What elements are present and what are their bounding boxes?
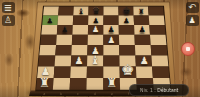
piece-white-pawn-c3[interactable]: ♟ (74, 56, 83, 66)
piece-black-pawn-f7[interactable]: ♟ (123, 17, 130, 24)
piece-black-pawn-d7[interactable]: ♟ (93, 17, 100, 24)
chess-app-screen: abcdefgh ♝♛♚♜♟♟♟♟♟♟♟♟♟♟♝♟♟♚♜♜ ≡ ♙ ↶ ♟ Ni… (0, 0, 200, 97)
hint-button[interactable]: ♟ (186, 15, 199, 27)
piece-black-king-f8[interactable]: ♚ (122, 6, 130, 15)
piece-white-pawn-g3[interactable]: ♟ (139, 56, 148, 66)
piece-black-pawn-e6[interactable]: ♟ (108, 26, 115, 34)
piece-black-queen-d8[interactable]: ♛ (92, 6, 100, 15)
piece-black-pawn-g6[interactable]: ♟ (139, 26, 146, 34)
undo-arrow-icon: ↶ (188, 2, 196, 12)
screen-record-button[interactable] (181, 42, 195, 56)
piece-white-rook-e1[interactable]: ♜ (106, 77, 117, 89)
piece-white-bishop-d3[interactable]: ♝ (90, 54, 101, 66)
piece-white-pawn-d6[interactable]: ♟ (92, 26, 99, 34)
piece-black-rook-g8[interactable]: ♜ (138, 8, 144, 15)
piece-black-pawn-a7[interactable]: ♟ (47, 17, 54, 24)
opponent-level-label: Niv. 1 : (140, 87, 156, 92)
pieces-layer: ♝♛♚♜♟♟♟♟♟♟♟♟♟♟♝♟♟♚♜♜ (0, 0, 200, 97)
status-bar: Niv. 1 :Débutant (129, 84, 189, 97)
hint-piece-icon: ♟ (188, 16, 195, 25)
piece-black-bishop-c8[interactable]: ♝ (77, 7, 84, 15)
piece-white-pawn-e5[interactable]: ♟ (107, 36, 115, 45)
opponent-name-label: Débutant (157, 87, 178, 92)
menu-button[interactable]: ≡ (2, 2, 15, 14)
undo-button[interactable]: ↶ (186, 2, 199, 14)
new-game-button[interactable]: ♙ (2, 15, 15, 27)
record-camera-icon (186, 47, 191, 52)
piece-black-pawn-b6[interactable]: ♟ (61, 26, 68, 34)
piece-white-king-f2[interactable]: ♚ (121, 63, 134, 78)
piece-white-rook-a1[interactable]: ♜ (39, 77, 50, 89)
hamburger-menu-icon: ≡ (4, 2, 12, 13)
pawn-icon: ♙ (4, 15, 12, 25)
